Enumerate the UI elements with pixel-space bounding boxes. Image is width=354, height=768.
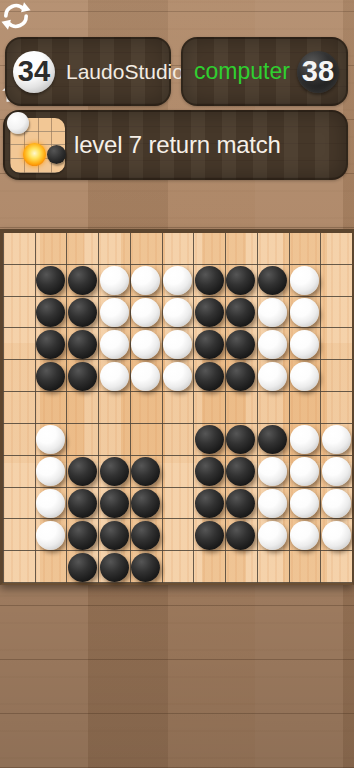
white-disc (290, 330, 319, 359)
black-disc (131, 489, 160, 518)
cell-r5c10[interactable] (289, 360, 321, 392)
white-disc (36, 489, 65, 518)
cell-r7c10[interactable] (289, 424, 321, 456)
black-disc (100, 553, 129, 582)
cell-r11c1[interactable] (3, 551, 35, 583)
cell-r2c6[interactable] (162, 265, 194, 297)
black-disc (195, 457, 224, 486)
cell-r3c7[interactable] (193, 297, 225, 329)
cell-r9c1[interactable] (3, 488, 35, 520)
cell-r8c8[interactable] (225, 456, 257, 488)
match-info-label: level 7 return match (74, 131, 281, 159)
white-disc (322, 425, 351, 454)
cell-r11c5[interactable] (130, 551, 162, 583)
cell-r11c6[interactable] (162, 551, 194, 583)
cell-r2c5[interactable] (130, 265, 162, 297)
cell-r4c1[interactable] (3, 328, 35, 360)
black-disc (100, 521, 129, 550)
white-disc (322, 489, 351, 518)
black-disc (68, 489, 97, 518)
mini-white-disc-icon (7, 112, 29, 134)
cell-r2c3[interactable] (66, 265, 98, 297)
black-disc (68, 266, 97, 295)
cell-r10c4[interactable] (98, 519, 130, 551)
white-disc (163, 266, 192, 295)
fireball-effect (321, 233, 352, 264)
cell-r7c8[interactable] (225, 424, 257, 456)
cell-r11c8[interactable] (225, 551, 257, 583)
cell-r5c11[interactable] (320, 360, 352, 392)
cell-r10c1[interactable] (3, 519, 35, 551)
cell-r6c1[interactable] (3, 392, 35, 424)
cell-r5c7[interactable] (193, 360, 225, 392)
white-disc (290, 457, 319, 486)
black-disc (68, 298, 97, 327)
black-disc (195, 425, 224, 454)
cell-r3c3[interactable] (66, 297, 98, 329)
cell-r7c9[interactable] (257, 424, 289, 456)
cell-r6c3[interactable] (66, 392, 98, 424)
white-disc (100, 362, 129, 391)
cell-r1c2[interactable] (35, 233, 67, 265)
cell-r9c6[interactable] (162, 488, 194, 520)
black-disc (195, 521, 224, 550)
cell-r9c4[interactable] (98, 488, 130, 520)
cell-r11c10[interactable] (289, 551, 321, 583)
cell-r10c3[interactable] (66, 519, 98, 551)
cell-r9c11[interactable] (320, 488, 352, 520)
cell-r1c5[interactable] (130, 233, 162, 265)
cell-r2c11[interactable] (320, 265, 352, 297)
cell-r7c1[interactable] (3, 424, 35, 456)
cell-r9c10[interactable] (289, 488, 321, 520)
black-disc (226, 489, 255, 518)
cell-r5c5[interactable] (130, 360, 162, 392)
cell-r6c8[interactable] (225, 392, 257, 424)
black-disc (68, 330, 97, 359)
cell-r8c2[interactable] (35, 456, 67, 488)
cell-r1c7[interactable] (193, 233, 225, 265)
cell-r6c4[interactable] (98, 392, 130, 424)
cell-r1c6[interactable] (162, 233, 194, 265)
black-disc (226, 362, 255, 391)
cell-r10c9[interactable] (257, 519, 289, 551)
black-disc (258, 266, 287, 295)
cell-r5c4[interactable] (98, 360, 130, 392)
cell-r8c7[interactable] (193, 456, 225, 488)
board-grid (3, 233, 352, 583)
black-disc (36, 330, 65, 359)
cell-r5c2[interactable] (35, 360, 67, 392)
player-score-panel: 34 LaudoStudio (5, 37, 171, 106)
white-disc (36, 521, 65, 550)
cell-r8c6[interactable] (162, 456, 194, 488)
black-disc (195, 362, 224, 391)
white-disc (258, 362, 287, 391)
white-score-value: 34 (18, 57, 50, 86)
mini-fireball-icon (23, 143, 46, 166)
cell-r4c6[interactable] (162, 328, 194, 360)
cell-r9c2[interactable] (35, 488, 67, 520)
cell-r5c3[interactable] (66, 360, 98, 392)
black-disc (226, 457, 255, 486)
white-disc (163, 298, 192, 327)
cell-r3c5[interactable] (130, 297, 162, 329)
cell-r7c6[interactable] (162, 424, 194, 456)
cell-r2c8[interactable] (225, 265, 257, 297)
white-disc (131, 266, 160, 295)
white-disc (290, 266, 319, 295)
white-disc (290, 489, 319, 518)
cell-r3c10[interactable] (289, 297, 321, 329)
cell-r1c10[interactable] (289, 233, 321, 265)
white-score-disc: 34 (13, 51, 55, 93)
cell-r11c2[interactable] (35, 551, 67, 583)
cell-r7c5[interactable] (130, 424, 162, 456)
cell-r8c4[interactable] (98, 456, 130, 488)
black-disc (226, 298, 255, 327)
white-disc (100, 330, 129, 359)
black-disc (195, 266, 224, 295)
cell-r7c2[interactable] (35, 424, 67, 456)
black-disc (36, 362, 65, 391)
black-disc (100, 489, 129, 518)
cell-r9c9[interactable] (257, 488, 289, 520)
cell-r4c4[interactable] (98, 328, 130, 360)
black-disc (68, 457, 97, 486)
cell-r8c1[interactable] (3, 456, 35, 488)
white-disc (100, 298, 129, 327)
white-disc (163, 362, 192, 391)
cell-r3c9[interactable] (257, 297, 289, 329)
cell-r5c9[interactable] (257, 360, 289, 392)
cell-r6c6[interactable] (162, 392, 194, 424)
cell-r7c7[interactable] (193, 424, 225, 456)
cell-r4c9[interactable] (257, 328, 289, 360)
black-disc (36, 266, 65, 295)
black-disc (68, 362, 97, 391)
black-disc (131, 553, 160, 582)
black-disc (36, 298, 65, 327)
cell-r6c10[interactable] (289, 392, 321, 424)
cell-r8c3[interactable] (66, 456, 98, 488)
white-disc (258, 330, 287, 359)
cell-r10c6[interactable] (162, 519, 194, 551)
cell-r1c8[interactable] (225, 233, 257, 265)
white-disc (258, 298, 287, 327)
cell-r7c3[interactable] (66, 424, 98, 456)
cell-r9c8[interactable] (225, 488, 257, 520)
white-disc (131, 362, 160, 391)
cell-r9c3[interactable] (66, 488, 98, 520)
cell-r2c10[interactable] (289, 265, 321, 297)
cell-r2c4[interactable] (98, 265, 130, 297)
black-disc (68, 521, 97, 550)
cell-r2c9[interactable] (257, 265, 289, 297)
cell-r10c10[interactable] (289, 519, 321, 551)
game-board (0, 229, 354, 585)
white-disc (131, 330, 160, 359)
cell-r8c11[interactable] (320, 456, 352, 488)
white-disc (322, 457, 351, 486)
black-disc (226, 330, 255, 359)
cell-r1c4[interactable] (98, 233, 130, 265)
cell-r3c11[interactable] (320, 297, 352, 329)
cell-r4c10[interactable] (289, 328, 321, 360)
cell-r4c3[interactable] (66, 328, 98, 360)
black-disc (68, 553, 97, 582)
cell-r1c1[interactable] (3, 233, 35, 265)
cell-r4c11[interactable] (320, 328, 352, 360)
black-disc (131, 521, 160, 550)
cell-r8c5[interactable] (130, 456, 162, 488)
white-disc (258, 521, 287, 550)
cell-r4c8[interactable] (225, 328, 257, 360)
cell-r6c5[interactable] (130, 392, 162, 424)
cell-r10c11[interactable] (320, 519, 352, 551)
white-disc (163, 330, 192, 359)
cell-r3c1[interactable] (3, 297, 35, 329)
cell-r2c2[interactable] (35, 265, 67, 297)
cell-r6c11[interactable] (320, 392, 352, 424)
black-score-disc: 38 (297, 51, 339, 93)
white-disc (36, 457, 65, 486)
circular-arrows-refresh-icon (0, 18, 32, 35)
cell-r7c4[interactable] (98, 424, 130, 456)
cell-r11c4[interactable] (98, 551, 130, 583)
white-disc (258, 457, 287, 486)
cell-r3c2[interactable] (35, 297, 67, 329)
black-score-value: 38 (302, 57, 334, 86)
cell-r4c7[interactable] (193, 328, 225, 360)
cell-r11c7[interactable] (193, 551, 225, 583)
black-disc (195, 330, 224, 359)
cell-r10c2[interactable] (35, 519, 67, 551)
cell-r2c1[interactable] (3, 265, 35, 297)
computer-name: computer (194, 58, 290, 85)
mini-board-icon (10, 118, 65, 173)
black-disc (195, 489, 224, 518)
black-disc (258, 425, 287, 454)
cell-r1c11[interactable] (320, 233, 352, 265)
white-disc (131, 298, 160, 327)
cell-r11c11[interactable] (320, 551, 352, 583)
cell-r2c7[interactable] (193, 265, 225, 297)
white-disc (36, 425, 65, 454)
cell-r1c3[interactable] (66, 233, 98, 265)
mini-black-disc-icon (47, 145, 66, 164)
white-disc (100, 266, 129, 295)
white-disc (258, 489, 287, 518)
cell-r10c7[interactable] (193, 519, 225, 551)
cell-r11c9[interactable] (257, 551, 289, 583)
restart-button[interactable] (0, 0, 354, 36)
black-disc (226, 521, 255, 550)
player-name: LaudoStudio (66, 60, 184, 84)
computer-score-panel: computer 38 (181, 37, 348, 106)
white-disc (322, 521, 351, 550)
cell-r3c4[interactable] (98, 297, 130, 329)
cell-r4c2[interactable] (35, 328, 67, 360)
cell-r8c10[interactable] (289, 456, 321, 488)
cell-r6c7[interactable] (193, 392, 225, 424)
cell-r8c9[interactable] (257, 456, 289, 488)
black-disc (226, 425, 255, 454)
cell-r4c5[interactable] (130, 328, 162, 360)
white-disc (290, 362, 319, 391)
white-disc (290, 425, 319, 454)
cell-r7c11[interactable] (320, 424, 352, 456)
cell-r5c1[interactable] (3, 360, 35, 392)
cell-r5c8[interactable] (225, 360, 257, 392)
cell-r11c3[interactable] (66, 551, 98, 583)
cell-r1c9[interactable] (257, 233, 289, 265)
cell-r9c5[interactable] (130, 488, 162, 520)
cell-r6c9[interactable] (257, 392, 289, 424)
cell-r6c2[interactable] (35, 392, 67, 424)
cell-r10c5[interactable] (130, 519, 162, 551)
cell-r3c6[interactable] (162, 297, 194, 329)
cell-r9c7[interactable] (193, 488, 225, 520)
black-disc (100, 457, 129, 486)
black-disc (131, 457, 160, 486)
white-disc (290, 298, 319, 327)
match-info-panel: level 7 return match (3, 110, 348, 180)
cell-r10c8[interactable] (225, 519, 257, 551)
white-disc (290, 521, 319, 550)
cell-r5c6[interactable] (162, 360, 194, 392)
cell-r3c8[interactable] (225, 297, 257, 329)
black-disc (195, 298, 224, 327)
black-disc (226, 266, 255, 295)
